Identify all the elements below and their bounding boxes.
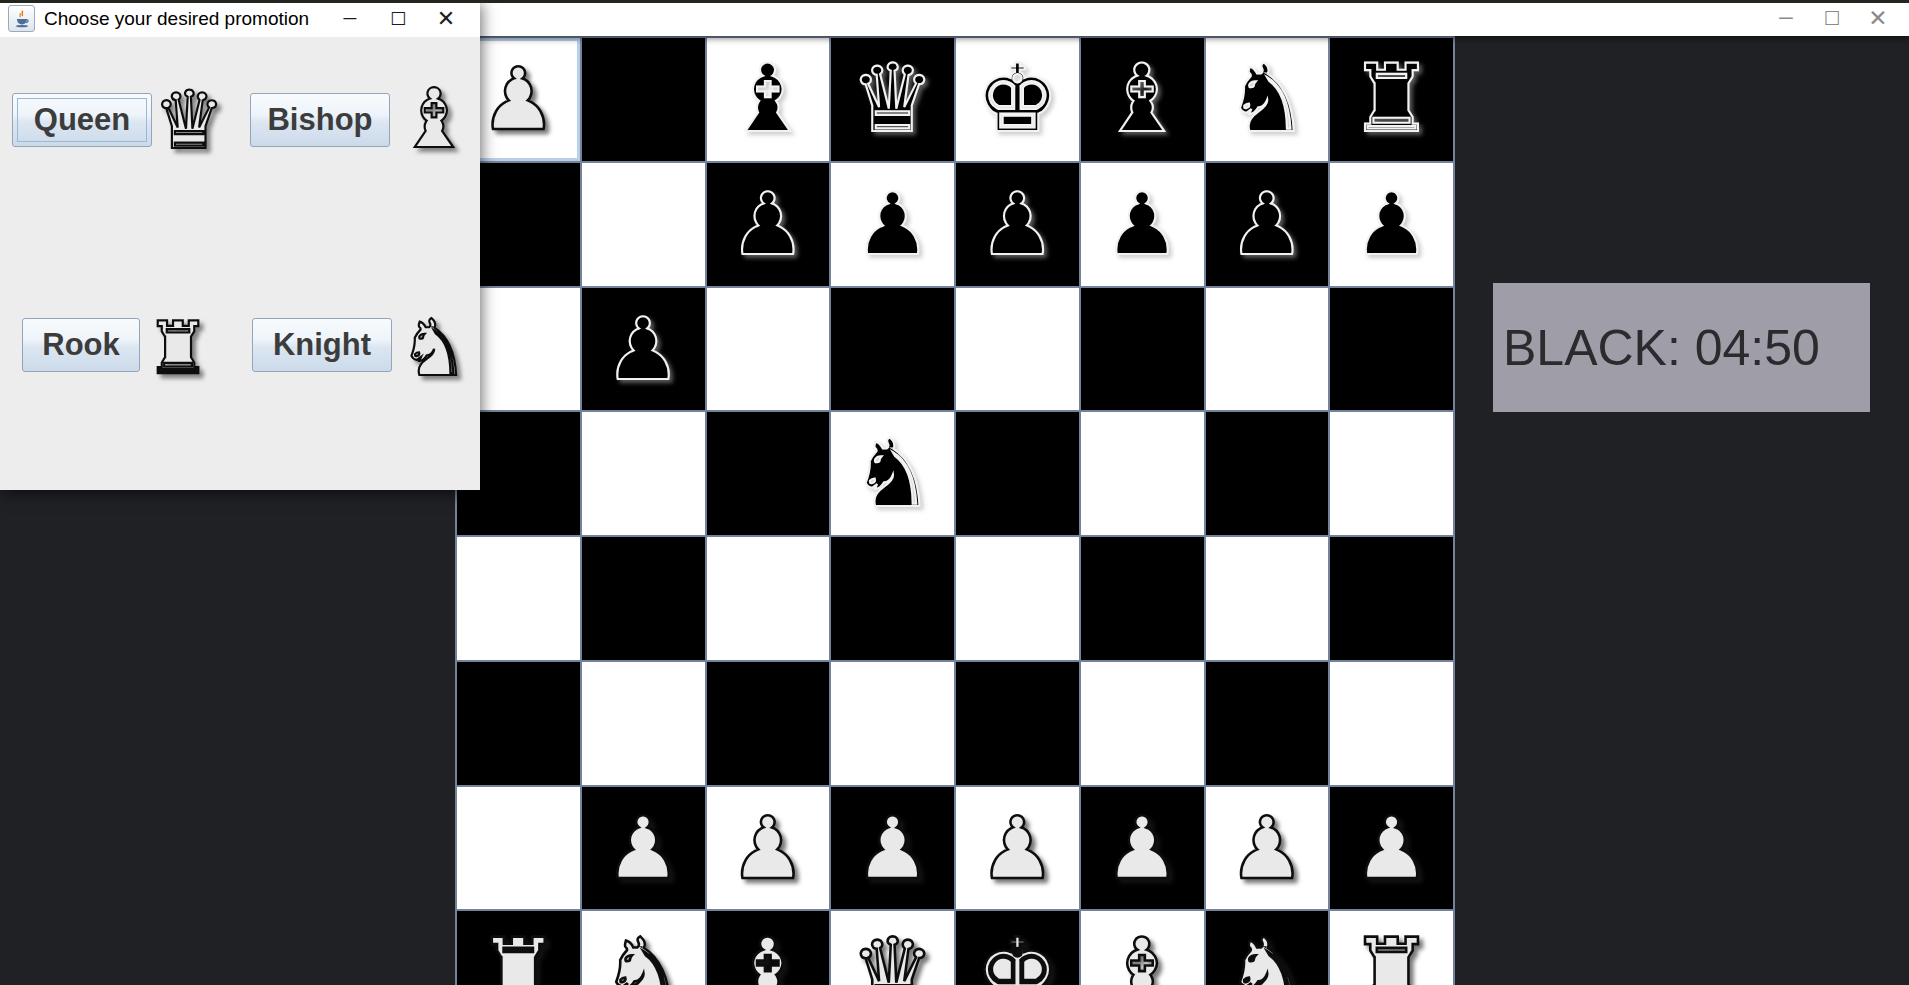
square-h8[interactable]: ♜ [1330, 38, 1453, 161]
white-bishop-icon: ♝ [396, 73, 472, 165]
square-a4[interactable] [457, 537, 580, 660]
piece-white-pawn: ♟ [480, 56, 557, 142]
square-f4[interactable] [1081, 537, 1204, 660]
knight-promotion-button[interactable]: Knight [252, 318, 392, 372]
promotion-dialog-titlebar[interactable]: Choose your desired promotion ─ ☐ ✕ [0, 0, 480, 37]
window-top-edge [0, 0, 1909, 3]
piece-black-knight: ♞ [1225, 52, 1309, 146]
square-b1[interactable]: ♞ [582, 911, 705, 985]
dialog-maximize-icon[interactable]: ☐ [374, 4, 422, 34]
square-a3[interactable] [457, 662, 580, 785]
piece-white-pawn: ♟ [605, 805, 682, 891]
square-c4[interactable] [707, 537, 830, 660]
java-coffee-icon [8, 5, 35, 32]
piece-black-pawn: ♟ [1228, 181, 1305, 267]
white-queen-icon: ♛ [150, 77, 228, 165]
square-a2[interactable] [457, 787, 580, 910]
square-h6[interactable] [1330, 288, 1453, 411]
chess-board: ♟♝♛♚♝♞♜♟♟♟♟♟♟♟♞♟♟♟♟♟♟♟♜♞♝♛♚♝♞♜ [455, 36, 1455, 985]
square-d8[interactable]: ♛ [831, 38, 954, 161]
queen-button-label: Queen [17, 98, 147, 142]
square-c6[interactable] [707, 288, 830, 411]
piece-white-pawn: ♟ [729, 805, 806, 891]
square-e3[interactable] [956, 662, 1079, 785]
square-f7[interactable]: ♟ [1081, 163, 1204, 286]
square-g6[interactable] [1206, 288, 1329, 411]
square-g5[interactable] [1206, 412, 1329, 535]
piece-white-pawn: ♟ [1353, 805, 1430, 891]
square-g7[interactable]: ♟ [1206, 163, 1329, 286]
piece-black-bishop: ♝ [726, 52, 810, 146]
square-e5[interactable] [956, 412, 1079, 535]
piece-white-pawn: ♟ [854, 805, 931, 891]
bishop-button-label: Bishop [255, 98, 385, 142]
square-d3[interactable] [831, 662, 954, 785]
close-icon[interactable]: ✕ [1855, 3, 1901, 33]
square-c7[interactable]: ♟ [707, 163, 830, 286]
piece-white-bishop: ♝ [726, 926, 810, 985]
square-h2[interactable]: ♟ [1330, 787, 1453, 910]
promotion-dialog-body: Queen ♛ Bishop ♝ Rook ♜ Knight ♞ [0, 37, 480, 490]
black-clock-display: BLACK: 04:50 [1493, 283, 1870, 412]
square-f3[interactable] [1081, 662, 1204, 785]
square-c2[interactable]: ♟ [707, 787, 830, 910]
maximize-icon[interactable]: ☐ [1809, 3, 1855, 33]
square-e2[interactable]: ♟ [956, 787, 1079, 910]
square-a1[interactable]: ♜ [457, 911, 580, 985]
piece-white-pawn: ♟ [1104, 805, 1181, 891]
piece-black-king: ♚ [975, 52, 1059, 146]
square-b8[interactable] [582, 38, 705, 161]
square-c5[interactable] [707, 412, 830, 535]
rook-promotion-button[interactable]: Rook [22, 318, 140, 372]
square-g8[interactable]: ♞ [1206, 38, 1329, 161]
square-f1[interactable]: ♝ [1081, 911, 1204, 985]
square-b5[interactable] [582, 412, 705, 535]
square-d6[interactable] [831, 288, 954, 411]
minimize-icon[interactable]: ─ [1763, 3, 1809, 33]
promotion-dialog: Choose your desired promotion ─ ☐ ✕ Quee… [0, 0, 480, 490]
piece-black-queen: ♛ [850, 52, 934, 146]
main-window-controls: ─ ☐ ✕ [1763, 0, 1901, 36]
square-h1[interactable]: ♜ [1330, 911, 1453, 985]
white-knight-icon: ♞ [394, 303, 474, 393]
piece-black-pawn: ♟ [1353, 181, 1430, 267]
square-e7[interactable]: ♟ [956, 163, 1079, 286]
piece-black-bishop: ♝ [1100, 52, 1184, 146]
piece-black-pawn: ♟ [729, 181, 806, 267]
square-e8[interactable]: ♚ [956, 38, 1079, 161]
piece-black-pawn: ♟ [979, 181, 1056, 267]
piece-black-pawn: ♟ [605, 306, 682, 392]
square-e6[interactable] [956, 288, 1079, 411]
square-h4[interactable] [1330, 537, 1453, 660]
dialog-close-icon[interactable]: ✕ [422, 4, 470, 34]
square-f8[interactable]: ♝ [1081, 38, 1204, 161]
square-g3[interactable] [1206, 662, 1329, 785]
square-c8[interactable]: ♝ [707, 38, 830, 161]
square-g1[interactable]: ♞ [1206, 911, 1329, 985]
promotion-dialog-title: Choose your desired promotion [44, 8, 309, 30]
piece-white-knight: ♞ [1225, 926, 1309, 985]
white-rook-icon: ♜ [144, 307, 212, 389]
square-g4[interactable] [1206, 537, 1329, 660]
piece-black-pawn: ♟ [1104, 181, 1181, 267]
promotion-dialog-controls: ─ ☐ ✕ [326, 0, 470, 37]
square-b2[interactable]: ♟ [582, 787, 705, 910]
square-d4[interactable] [831, 537, 954, 660]
square-c1[interactable]: ♝ [707, 911, 830, 985]
piece-black-rook: ♜ [1349, 52, 1433, 146]
queen-promotion-button[interactable]: Queen [12, 93, 152, 147]
dialog-minimize-icon[interactable]: ─ [326, 4, 374, 34]
square-e4[interactable] [956, 537, 1079, 660]
square-b7[interactable] [582, 163, 705, 286]
square-d1[interactable]: ♛ [831, 911, 954, 985]
square-b4[interactable] [582, 537, 705, 660]
square-f6[interactable] [1081, 288, 1204, 411]
square-b6[interactable]: ♟ [582, 288, 705, 411]
square-d2[interactable]: ♟ [831, 787, 954, 910]
square-b3[interactable] [582, 662, 705, 785]
knight-button-label: Knight [257, 323, 387, 367]
square-d7[interactable]: ♟ [831, 163, 954, 286]
bishop-promotion-button[interactable]: Bishop [250, 93, 390, 147]
piece-white-bishop: ♝ [1100, 926, 1184, 985]
square-f2[interactable]: ♟ [1081, 787, 1204, 910]
square-h3[interactable] [1330, 662, 1453, 785]
piece-white-rook: ♜ [476, 926, 560, 985]
square-d5[interactable]: ♞ [831, 412, 954, 535]
square-c3[interactable] [707, 662, 830, 785]
piece-white-king: ♚ [975, 926, 1059, 985]
square-e1[interactable]: ♚ [956, 911, 1079, 985]
piece-white-queen: ♛ [850, 926, 934, 985]
square-h7[interactable]: ♟ [1330, 163, 1453, 286]
square-h5[interactable] [1330, 412, 1453, 535]
piece-black-pawn: ♟ [854, 181, 931, 267]
piece-white-pawn: ♟ [979, 805, 1056, 891]
piece-white-rook: ♜ [1349, 926, 1433, 985]
square-g2[interactable]: ♟ [1206, 787, 1329, 910]
piece-white-knight: ♞ [601, 926, 685, 985]
piece-white-pawn: ♟ [1228, 805, 1305, 891]
square-f5[interactable] [1081, 412, 1204, 535]
rook-button-label: Rook [27, 323, 135, 367]
piece-black-knight: ♞ [850, 427, 934, 521]
